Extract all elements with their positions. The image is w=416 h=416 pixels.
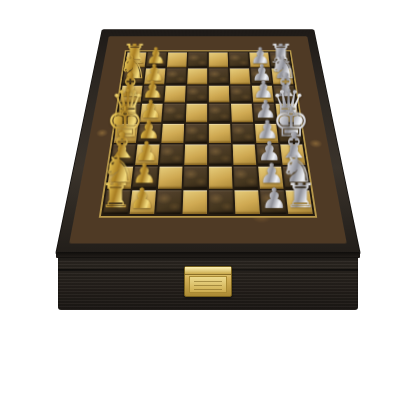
board-square xyxy=(184,144,207,165)
board-square: ♟ xyxy=(140,104,163,122)
board-square xyxy=(209,53,228,68)
product-photo: ♜♟♟♜♞♟♟♞♝♟♟♝♛♟♟♛♚♟♟♚♝♟♟♝♞♟♟♞♜♟♟♜ xyxy=(0,0,416,416)
board-square: ♜ xyxy=(125,53,146,68)
board-square xyxy=(234,166,259,188)
board-square: ♜ xyxy=(270,53,291,68)
board-square: ♚ xyxy=(278,123,302,142)
board-square xyxy=(209,144,232,165)
storage-case-front xyxy=(58,257,358,310)
board-square xyxy=(161,123,184,142)
board-square xyxy=(209,166,233,188)
board-square xyxy=(182,190,207,214)
silver-rook-piece: ♜ xyxy=(268,40,293,67)
board-frame: ♜♟♟♜♞♟♟♞♝♟♟♝♛♟♟♛♚♟♟♚♝♟♟♝♞♟♟♞♜♟♟♜ xyxy=(55,29,361,255)
gold-bishop-piece: ♝ xyxy=(105,128,139,164)
board-square: ♟ xyxy=(146,53,167,68)
board-square: ♞ xyxy=(123,69,145,85)
board-square xyxy=(164,86,185,103)
board-square xyxy=(232,123,255,142)
board-square xyxy=(187,69,207,85)
board-square: ♝ xyxy=(274,86,297,103)
board-square: ♞ xyxy=(283,166,309,188)
board-square xyxy=(229,53,249,68)
board-square xyxy=(209,190,234,214)
board-square: ♟ xyxy=(138,123,162,142)
board-square: ♟ xyxy=(255,123,279,142)
board-square: ♟ xyxy=(252,86,274,103)
board-square: ♚ xyxy=(114,123,138,142)
board-square: ♞ xyxy=(272,69,294,85)
board-square xyxy=(231,104,253,122)
board-square: ♟ xyxy=(144,69,165,85)
gold-pawn-piece: ♟ xyxy=(145,45,166,67)
clasp-latch xyxy=(185,267,231,275)
board-square xyxy=(209,104,230,122)
board-square xyxy=(234,190,259,214)
silver-knight-piece: ♞ xyxy=(280,150,315,187)
clasp-engraved-plate xyxy=(189,276,227,293)
board-square: ♛ xyxy=(276,104,299,122)
silver-pawn-piece: ♟ xyxy=(261,185,288,213)
board-square xyxy=(185,123,207,142)
board-square: ♟ xyxy=(249,53,270,68)
board-square: ♟ xyxy=(130,190,156,214)
board-square xyxy=(160,144,184,165)
chess-set: ♜♟♟♜♞♟♟♞♝♟♟♝♛♟♟♛♚♟♟♚♝♟♟♝♞♟♟♞♜♟♟♜ xyxy=(55,0,361,255)
board-square xyxy=(209,86,230,103)
silver-bishop-piece: ♝ xyxy=(277,128,311,164)
board-square: ♟ xyxy=(251,69,272,85)
board-square: ♟ xyxy=(135,144,159,165)
board-square xyxy=(156,190,181,214)
board-square: ♜ xyxy=(103,190,130,214)
clasp xyxy=(184,266,232,297)
board-square: ♟ xyxy=(253,104,276,122)
board-square xyxy=(230,69,251,85)
board-square: ♝ xyxy=(111,144,136,165)
board-square xyxy=(209,123,231,142)
board-square xyxy=(233,144,257,165)
board-square xyxy=(230,86,251,103)
board-square: ♟ xyxy=(142,86,164,103)
board-margin: ♜♟♟♜♞♟♟♞♝♟♟♝♛♟♟♛♚♟♟♚♝♟♟♝♞♟♟♞♜♟♟♜ xyxy=(69,36,347,243)
board-square xyxy=(188,53,207,68)
board-square xyxy=(187,86,208,103)
board-square xyxy=(166,69,187,85)
board-square xyxy=(167,53,187,68)
board-square xyxy=(163,104,185,122)
board-square: ♟ xyxy=(260,190,286,214)
gold-pawn-piece: ♟ xyxy=(129,185,156,213)
board-grid: ♜♟♟♜♞♟♟♞♝♟♟♝♛♟♟♛♚♟♟♚♝♟♟♝♞♟♟♞♜♟♟♜ xyxy=(99,50,317,218)
board-square: ♞ xyxy=(107,166,133,188)
board-square: ♟ xyxy=(256,144,280,165)
board-square xyxy=(209,69,229,85)
board-square: ♟ xyxy=(258,166,283,188)
board-square: ♛ xyxy=(117,104,140,122)
board-square: ♟ xyxy=(132,166,157,188)
gold-rook-piece: ♜ xyxy=(122,40,147,67)
board-square: ♝ xyxy=(120,86,143,103)
board-square: ♜ xyxy=(286,190,313,214)
silver-pawn-piece: ♟ xyxy=(250,45,271,67)
board-square xyxy=(186,104,207,122)
gold-knight-piece: ♞ xyxy=(101,150,136,187)
board-square xyxy=(183,166,207,188)
board-square: ♝ xyxy=(280,144,305,165)
board-square xyxy=(158,166,183,188)
